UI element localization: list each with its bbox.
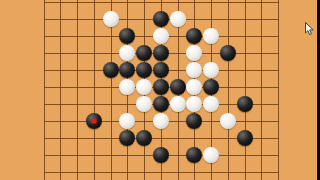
white-stone <box>170 96 186 112</box>
white-stone <box>186 45 202 61</box>
black-stone <box>153 79 169 95</box>
white-stone <box>203 147 219 163</box>
black-stone <box>103 62 119 78</box>
black-stone <box>119 130 135 146</box>
white-stone <box>119 79 135 95</box>
white-stone <box>203 28 219 44</box>
white-stone <box>203 62 219 78</box>
white-stone <box>186 79 202 95</box>
white-stone <box>186 96 202 112</box>
grid-line-vertical <box>228 0 229 180</box>
grid-line-vertical <box>111 0 112 180</box>
white-stone <box>136 96 152 112</box>
mouse-cursor-icon <box>305 22 314 36</box>
black-stone <box>186 113 202 129</box>
screen <box>0 0 320 180</box>
grid-line-vertical <box>94 0 95 180</box>
grid-line-vertical <box>278 0 279 180</box>
white-stone <box>103 11 119 27</box>
black-stone <box>119 62 135 78</box>
black-stone <box>186 147 202 163</box>
white-stone <box>153 28 169 44</box>
black-stone <box>170 79 186 95</box>
grid-line-horizontal <box>44 172 280 173</box>
white-stone <box>203 96 219 112</box>
grid-line-vertical <box>44 0 45 180</box>
white-stone <box>153 113 169 129</box>
black-stone <box>237 96 253 112</box>
white-stone <box>220 113 236 129</box>
grid-line-vertical <box>245 0 246 180</box>
black-stone <box>86 113 102 129</box>
white-stone <box>170 11 186 27</box>
grid-line-vertical <box>261 0 262 180</box>
black-stone <box>153 147 169 163</box>
black-stone <box>119 28 135 44</box>
black-stone <box>153 62 169 78</box>
black-stone <box>136 45 152 61</box>
black-stone <box>153 96 169 112</box>
black-stone <box>237 130 253 146</box>
black-stone <box>220 45 236 61</box>
white-stone <box>186 62 202 78</box>
last-move-marker <box>91 119 96 124</box>
white-stone <box>119 45 135 61</box>
white-stone <box>136 79 152 95</box>
black-stone <box>153 11 169 27</box>
grid-line-horizontal <box>44 2 280 3</box>
black-stone <box>203 79 219 95</box>
grid-line-vertical <box>77 0 78 180</box>
black-stone <box>136 62 152 78</box>
black-stone <box>153 45 169 61</box>
white-stone <box>119 113 135 129</box>
black-stone <box>136 130 152 146</box>
grid-line-vertical <box>60 0 61 180</box>
black-stone <box>186 28 202 44</box>
